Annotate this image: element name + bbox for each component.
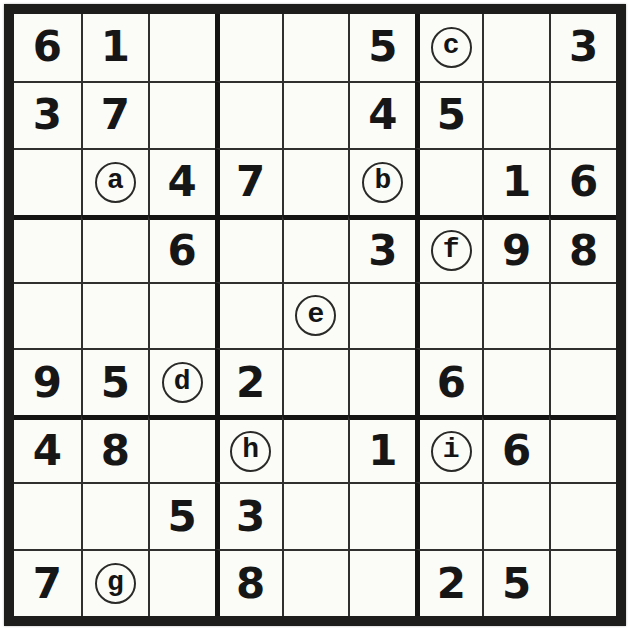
digit-glyph: 3	[368, 230, 397, 272]
digit-glyph: 4	[368, 94, 397, 136]
cell-r1c7[interactable]: c	[415, 14, 482, 81]
cell-r7c6[interactable]: 1	[348, 415, 415, 482]
digit-glyph: 7	[101, 94, 130, 136]
cell-r4c2[interactable]	[81, 215, 148, 282]
digit-glyph: 2	[236, 362, 265, 404]
cell-r4c5[interactable]	[282, 215, 349, 282]
cell-r3c4[interactable]: 7	[215, 148, 282, 215]
circled-letter-glyph: a	[107, 167, 124, 195]
cell-r9c1[interactable]: 7	[14, 549, 81, 616]
circled-letter-glyph: f	[443, 236, 460, 264]
digit-glyph: 8	[569, 230, 598, 272]
digit-glyph: 3	[569, 26, 598, 68]
cell-r7c8[interactable]: 6	[482, 415, 549, 482]
circled-letter-glyph: h	[242, 436, 259, 464]
cell-r6c3[interactable]: d	[148, 348, 215, 415]
circled-letter-glyph: g	[107, 569, 124, 597]
cell-r5c2[interactable]	[81, 282, 148, 349]
cell-r7c5[interactable]	[282, 415, 349, 482]
cell-r7c4[interactable]: h	[215, 415, 282, 482]
cell-r8c9[interactable]	[549, 482, 616, 549]
digit-glyph: 8	[101, 430, 130, 472]
cell-r8c6[interactable]	[348, 482, 415, 549]
cell-r2c8[interactable]	[482, 81, 549, 148]
cell-r6c2[interactable]: 5	[81, 348, 148, 415]
cell-r9c9[interactable]	[549, 549, 616, 616]
cell-r1c2[interactable]: 1	[81, 14, 148, 81]
cell-r7c1[interactable]: 4	[14, 415, 81, 482]
cell-r5c3[interactable]	[148, 282, 215, 349]
cell-r5c8[interactable]	[482, 282, 549, 349]
cell-r3c1[interactable]	[14, 148, 81, 215]
cell-r3c9[interactable]: 6	[549, 148, 616, 215]
digit-glyph: 5	[101, 362, 130, 404]
digit-glyph: 6	[569, 161, 598, 203]
cell-r4c4[interactable]	[215, 215, 282, 282]
cell-r7c2[interactable]: 8	[81, 415, 148, 482]
cell-r6c1[interactable]: 9	[14, 348, 81, 415]
cell-r5c5[interactable]: e	[282, 282, 349, 349]
cell-r8c8[interactable]	[482, 482, 549, 549]
digit-glyph: 9	[502, 230, 531, 272]
circled-letter-glyph: b	[374, 167, 391, 195]
cell-r2c1[interactable]: 3	[14, 81, 81, 148]
cell-r4c3[interactable]: 6	[148, 215, 215, 282]
cell-r6c5[interactable]	[282, 348, 349, 415]
cell-r3c5[interactable]	[282, 148, 349, 215]
cell-r4c6[interactable]: 3	[348, 215, 415, 282]
cell-r2c2[interactable]: 7	[81, 81, 148, 148]
cell-r6c8[interactable]	[482, 348, 549, 415]
cell-r4c8[interactable]: 9	[482, 215, 549, 282]
cell-r2c7[interactable]: 5	[415, 81, 482, 148]
cell-r9c5[interactable]	[282, 549, 349, 616]
digit-glyph: 6	[168, 230, 197, 272]
digit-glyph: 3	[33, 94, 62, 136]
digit-glyph: 5	[168, 496, 197, 538]
letter-circle: i	[431, 431, 472, 472]
cell-r8c1[interactable]	[14, 482, 81, 549]
cell-r9c6[interactable]	[348, 549, 415, 616]
digit-glyph: 2	[437, 563, 466, 605]
digit-glyph: 7	[236, 161, 265, 203]
cell-r7c3[interactable]	[148, 415, 215, 482]
letter-circle: a	[95, 162, 136, 203]
cell-r5c4[interactable]	[215, 282, 282, 349]
cell-r3c3[interactable]: 4	[148, 148, 215, 215]
cell-r1c1[interactable]: 6	[14, 14, 81, 81]
cell-r2c6[interactable]: 4	[348, 81, 415, 148]
cell-r6c9[interactable]	[549, 348, 616, 415]
cell-r1c9[interactable]: 3	[549, 14, 616, 81]
cell-r2c3[interactable]	[148, 81, 215, 148]
cell-r1c4[interactable]	[215, 14, 282, 81]
digit-glyph: 9	[33, 362, 62, 404]
letter-circle: g	[95, 563, 136, 604]
cell-r4c9[interactable]: 8	[549, 215, 616, 282]
cell-r7c9[interactable]	[549, 415, 616, 482]
cell-r1c5[interactable]	[282, 14, 349, 81]
cell-r2c4[interactable]	[215, 81, 282, 148]
cell-r8c2[interactable]	[81, 482, 148, 549]
cell-r9c3[interactable]	[148, 549, 215, 616]
letter-circle: d	[162, 362, 203, 403]
digit-glyph: 3	[236, 496, 265, 538]
digit-glyph: 5	[437, 94, 466, 136]
cell-r7c7[interactable]: i	[415, 415, 482, 482]
letter-circle: c	[431, 27, 472, 68]
cell-r1c3[interactable]	[148, 14, 215, 81]
digit-glyph: 8	[236, 563, 265, 605]
cell-r4c7[interactable]: f	[415, 215, 482, 282]
cell-r5c9[interactable]	[549, 282, 616, 349]
letter-circle: b	[362, 162, 403, 203]
cell-r9c7[interactable]: 2	[415, 549, 482, 616]
digit-glyph: 6	[502, 430, 531, 472]
cell-r9c8[interactable]: 5	[482, 549, 549, 616]
cell-r3c6[interactable]: b	[348, 148, 415, 215]
cell-r5c7[interactable]	[415, 282, 482, 349]
cell-r2c9[interactable]	[549, 81, 616, 148]
circled-letter-glyph: e	[308, 301, 325, 329]
digit-glyph: 4	[168, 161, 197, 203]
letter-circle: e	[295, 295, 336, 336]
cell-r5c6[interactable]	[348, 282, 415, 349]
cell-r6c7[interactable]: 6	[415, 348, 482, 415]
cell-r1c6[interactable]: 5	[348, 14, 415, 81]
cell-r6c6[interactable]	[348, 348, 415, 415]
cell-r1c8[interactable]	[482, 14, 549, 81]
digit-glyph: 5	[502, 563, 531, 605]
letter-circle: f	[431, 230, 472, 271]
cell-r8c3[interactable]: 5	[148, 482, 215, 549]
cell-r8c5[interactable]	[282, 482, 349, 549]
cell-r9c4[interactable]: 8	[215, 549, 282, 616]
circled-letter-glyph: c	[443, 32, 460, 60]
cell-r3c7[interactable]	[415, 148, 482, 215]
sudoku-board: 615c33745a47b1663f98e95d2648h1i6537g825	[14, 14, 616, 616]
cell-r2c5[interactable]	[282, 81, 349, 148]
letter-circle: h	[230, 431, 271, 472]
digit-glyph: 1	[101, 26, 130, 68]
digit-glyph: 6	[33, 26, 62, 68]
cell-r6c4[interactable]: 2	[215, 348, 282, 415]
digit-glyph: 1	[368, 430, 397, 472]
digit-glyph: 1	[502, 161, 531, 203]
circled-letter-glyph: i	[443, 436, 460, 464]
board-frame: 615c33745a47b1663f98e95d2648h1i6537g825	[4, 4, 626, 626]
cell-r9c2[interactable]: g	[81, 549, 148, 616]
cell-r8c4[interactable]: 3	[215, 482, 282, 549]
digit-glyph: 7	[33, 563, 62, 605]
circled-letter-glyph: d	[174, 368, 191, 396]
cell-r4c1[interactable]	[14, 215, 81, 282]
cell-r8c7[interactable]	[415, 482, 482, 549]
cell-r3c8[interactable]: 1	[482, 148, 549, 215]
cell-r3c2[interactable]: a	[81, 148, 148, 215]
digit-glyph: 5	[368, 26, 397, 68]
digit-glyph: 4	[33, 430, 62, 472]
cell-r5c1[interactable]	[14, 282, 81, 349]
digit-glyph: 6	[437, 362, 466, 404]
